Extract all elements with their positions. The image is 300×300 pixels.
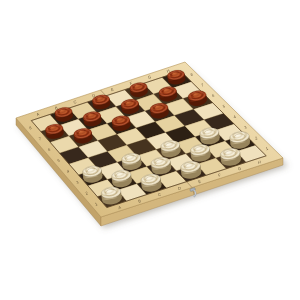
checkers-product-photo: AABBCCDDEEFFGGHH8877665544332211 [0, 0, 300, 300]
checkers-board: AABBCCDDEEFFGGHH8877665544332211 [0, 0, 300, 300]
